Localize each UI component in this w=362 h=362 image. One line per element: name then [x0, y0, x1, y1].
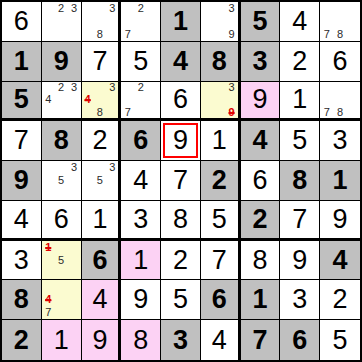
- solved-digit: 7: [173, 167, 188, 194]
- cell-r6c4[interactable]: 3: [121, 201, 161, 241]
- cell-r4c5[interactable]: 9: [161, 121, 201, 161]
- solved-digit: 6: [333, 48, 348, 75]
- candidate-empty: [201, 82, 213, 94]
- candidate-3: 3: [225, 82, 237, 94]
- candidate-3: 3: [225, 2, 237, 15]
- solved-digit: 1: [212, 127, 227, 154]
- solved-digit: 5: [292, 127, 307, 154]
- candidate-empty: [55, 28, 68, 41]
- candidate-empty: [121, 94, 134, 106]
- candidate-empty: [94, 15, 106, 28]
- cell-r5c8[interactable]: 8: [280, 161, 320, 201]
- given-digit: 6: [133, 127, 148, 154]
- candidate-empty: [42, 82, 55, 94]
- solved-digit: 4: [292, 8, 307, 35]
- candidate-5: 5: [94, 174, 106, 187]
- candidate-8: 8: [333, 28, 346, 41]
- solved-digit: 8: [253, 247, 268, 274]
- candidate-empty: [82, 15, 94, 28]
- given-digit: 5: [14, 86, 29, 113]
- given-digit: 7: [253, 327, 268, 354]
- cell-r8c8[interactable]: 3: [280, 280, 320, 320]
- candidate-empty: [42, 106, 55, 118]
- cell-r6c8[interactable]: 7: [280, 201, 320, 241]
- candidate-empty: [68, 254, 81, 267]
- cell-r1c2[interactable]: 23: [42, 2, 82, 42]
- cell-r5c2[interactable]: 35: [42, 161, 82, 201]
- candidate-empty: [68, 293, 81, 306]
- candidate-grid: 27: [121, 2, 160, 41]
- candidate-empty: [106, 94, 118, 106]
- candidate-empty: [68, 267, 81, 280]
- candidate-2: 2: [55, 2, 68, 15]
- given-digit: 4: [173, 48, 188, 75]
- candidate-empty: [320, 82, 333, 94]
- candidate-empty: [68, 15, 81, 28]
- solved-digit: 3: [133, 206, 148, 233]
- cell-r3c2[interactable]: 234: [42, 82, 82, 122]
- cell-r3c5[interactable]: 6: [161, 82, 201, 122]
- candidate-grid: 39: [201, 2, 238, 41]
- solved-digit: 8: [133, 327, 148, 354]
- solved-digit: 2: [92, 127, 107, 154]
- candidate-empty: [42, 254, 55, 267]
- solved-digit: 2: [292, 48, 307, 75]
- solved-digit: 8: [173, 206, 188, 233]
- cell-r3c6[interactable]: 39: [201, 82, 241, 122]
- candidate-2: 2: [134, 2, 147, 15]
- solved-digit: 6: [173, 86, 188, 113]
- candidate-7: 7: [42, 306, 55, 319]
- solved-digit: 7: [292, 206, 307, 233]
- cell-r7c6[interactable]: 7: [201, 241, 241, 281]
- candidate-empty: [106, 174, 118, 187]
- cell-r3c4[interactable]: 27: [121, 82, 161, 122]
- given-digit: 1: [253, 286, 268, 313]
- cell-r8c2[interactable]: 47: [42, 280, 82, 320]
- candidate-empty: [134, 106, 147, 118]
- candidate-3: 3: [106, 2, 118, 15]
- candidate-grid: 78: [320, 2, 360, 41]
- cell-r4c2[interactable]: 8: [42, 121, 82, 161]
- cell-r7c1[interactable]: 3: [2, 241, 42, 281]
- solved-digit: 9: [92, 327, 107, 354]
- struck-candidate-4: 4: [42, 293, 55, 306]
- candidate-9: 9: [225, 28, 237, 41]
- cell-r1c3[interactable]: 38: [82, 2, 122, 42]
- cell-r5c4[interactable]: 4: [121, 161, 161, 201]
- candidate-empty: [55, 106, 68, 118]
- candidate-empty: [94, 94, 106, 106]
- cell-r4c3[interactable]: 2: [82, 121, 122, 161]
- candidate-empty: [68, 94, 81, 106]
- cell-r1c5[interactable]: 1: [161, 2, 201, 42]
- solved-digit: 1: [92, 206, 107, 233]
- struck-candidate-9: 9: [225, 106, 237, 118]
- candidate-empty: [201, 2, 213, 15]
- candidate-empty: [225, 94, 237, 106]
- solved-digit: 6: [54, 206, 69, 233]
- candidate-empty: [347, 15, 360, 28]
- cell-r5c9[interactable]: 1: [320, 161, 360, 201]
- candidate-8: 8: [94, 28, 106, 41]
- given-digit: 6: [292, 327, 307, 354]
- solved-digit: 1: [292, 86, 307, 113]
- cell-r2c5[interactable]: 4: [161, 42, 201, 82]
- candidate-empty: [42, 28, 55, 41]
- candidate-7: 7: [121, 28, 134, 41]
- cell-r6c7[interactable]: 2: [241, 201, 281, 241]
- candidate-empty: [213, 106, 225, 118]
- candidate-empty: [320, 94, 333, 106]
- candidate-empty: [55, 161, 68, 174]
- cell-r2c8[interactable]: 2: [280, 42, 320, 82]
- candidate-empty: [121, 82, 134, 94]
- candidate-empty: [121, 2, 134, 15]
- candidate-empty: [42, 2, 55, 15]
- cell-r4c9[interactable]: 3: [320, 121, 360, 161]
- cell-r2c9[interactable]: 6: [320, 42, 360, 82]
- solved-digit: 1: [133, 247, 148, 274]
- candidate-empty: [225, 15, 237, 28]
- candidate-empty: [121, 15, 134, 28]
- given-digit: 3: [253, 48, 268, 75]
- given-digit: 4: [253, 127, 268, 154]
- candidate-empty: [68, 280, 81, 293]
- cell-r9c5[interactable]: 3: [161, 320, 201, 360]
- candidate-empty: [213, 2, 225, 15]
- candidate-empty: [82, 174, 94, 187]
- candidate-empty: [333, 82, 346, 94]
- candidate-empty: [134, 15, 147, 28]
- solved-digit: 4: [14, 206, 29, 233]
- solved-digit: 5: [133, 48, 148, 75]
- candidate-empty: [106, 187, 118, 200]
- cell-r4c1[interactable]: 7: [2, 121, 42, 161]
- cell-r2c7[interactable]: 3: [241, 42, 281, 82]
- given-digit: 1: [173, 8, 188, 35]
- candidate-empty: [147, 94, 160, 106]
- cell-r9c6[interactable]: 4: [201, 320, 241, 360]
- cell-r1c8[interactable]: 4: [280, 2, 320, 42]
- candidate-empty: [68, 174, 81, 187]
- candidate-grid: 35: [82, 161, 119, 200]
- candidate-empty: [106, 15, 118, 28]
- candidate-empty: [213, 82, 225, 94]
- cell-r2c3[interactable]: 7: [82, 42, 122, 82]
- cell-r1c7[interactable]: 5: [241, 2, 281, 42]
- cell-r4c7[interactable]: 4: [241, 121, 281, 161]
- cell-r6c2[interactable]: 6: [42, 201, 82, 241]
- solved-digit: 9: [173, 127, 188, 154]
- candidate-empty: [55, 241, 68, 254]
- given-digit: 4: [333, 247, 348, 274]
- candidate-empty: [94, 187, 106, 200]
- solved-digit: 6: [14, 8, 29, 35]
- candidate-empty: [68, 241, 81, 254]
- candidate-grid: 78: [320, 82, 360, 119]
- candidate-7: 7: [121, 106, 134, 118]
- given-digit: 2: [14, 327, 29, 354]
- cell-r3c3[interactable]: 348: [82, 82, 122, 122]
- candidate-empty: [347, 2, 360, 15]
- candidate-3: 3: [68, 2, 81, 15]
- given-digit: 8: [292, 167, 307, 194]
- candidate-empty: [55, 293, 68, 306]
- candidate-empty: [68, 28, 81, 41]
- given-digit: 9: [14, 167, 29, 194]
- candidate-7: 7: [320, 106, 333, 118]
- cell-r1c1[interactable]: 6: [2, 2, 42, 42]
- cell-r8c9[interactable]: 2: [320, 280, 360, 320]
- given-digit: 8: [14, 286, 29, 313]
- cell-r7c9[interactable]: 4: [320, 241, 360, 281]
- candidate-empty: [68, 306, 81, 319]
- candidate-empty: [201, 15, 213, 28]
- candidate-empty: [42, 280, 55, 293]
- cell-r6c9[interactable]: 9: [320, 201, 360, 241]
- candidate-empty: [147, 2, 160, 15]
- cell-r6c1[interactable]: 4: [2, 201, 42, 241]
- candidate-empty: [82, 2, 94, 15]
- candidate-8: 8: [333, 106, 346, 118]
- given-digit: 9: [54, 48, 69, 75]
- solved-digit: 5: [333, 327, 348, 354]
- cell-r1c6[interactable]: 39: [201, 2, 241, 42]
- solved-digit: 9: [333, 206, 348, 233]
- candidate-5: 5: [55, 254, 68, 267]
- candidate-empty: [94, 2, 106, 15]
- candidate-empty: [42, 267, 55, 280]
- candidate-grid: 35: [42, 161, 81, 200]
- solved-digit: 2: [173, 247, 188, 274]
- cell-r2c4[interactable]: 5: [121, 42, 161, 82]
- candidate-empty: [201, 106, 213, 118]
- cell-r1c4[interactable]: 27: [121, 2, 161, 42]
- cell-r8c5[interactable]: 5: [161, 280, 201, 320]
- solved-digit: 9: [292, 247, 307, 274]
- cell-r4c4[interactable]: 6: [121, 121, 161, 161]
- candidate-grid: 47: [42, 280, 81, 319]
- candidate-empty: [55, 267, 68, 280]
- solved-digit: 5: [173, 286, 188, 313]
- struck-candidate-4: 4: [82, 94, 94, 106]
- candidate-empty: [201, 28, 213, 41]
- solved-digit: 9: [133, 286, 148, 313]
- candidate-4: 4: [42, 94, 55, 106]
- solved-digit: 5: [212, 206, 227, 233]
- solved-digit: 4: [133, 167, 148, 194]
- cell-r3c7[interactable]: 9: [241, 82, 281, 122]
- candidate-empty: [347, 106, 360, 118]
- solved-digit: 9: [253, 86, 268, 113]
- cell-r9c2[interactable]: 1: [42, 320, 82, 360]
- given-digit: 8: [54, 127, 69, 154]
- candidate-empty: [82, 82, 94, 94]
- candidate-empty: [320, 2, 333, 15]
- candidate-empty: [147, 82, 160, 94]
- candidate-empty: [213, 28, 225, 41]
- candidate-empty: [68, 106, 81, 118]
- candidate-grid: 234: [42, 82, 81, 119]
- given-digit: 2: [253, 206, 268, 233]
- candidate-empty: [333, 15, 346, 28]
- candidate-grid: 348: [82, 82, 119, 119]
- candidate-empty: [82, 28, 94, 41]
- cell-r2c1[interactable]: 1: [2, 42, 42, 82]
- candidate-grid: 23: [42, 2, 81, 41]
- candidate-3: 3: [106, 82, 118, 94]
- given-digit: 3: [173, 327, 188, 354]
- cell-r5c1[interactable]: 9: [2, 161, 42, 201]
- candidate-empty: [106, 28, 118, 41]
- candidate-empty: [213, 15, 225, 28]
- given-digit: 8: [212, 48, 227, 75]
- cell-r4c6[interactable]: 1: [201, 121, 241, 161]
- candidate-empty: [201, 94, 213, 106]
- candidate-empty: [55, 15, 68, 28]
- candidate-empty: [134, 28, 147, 41]
- solved-digit: 2: [333, 286, 348, 313]
- solved-digit: 4: [212, 327, 227, 354]
- given-digit: 1: [333, 167, 348, 194]
- cell-r9c7[interactable]: 7: [241, 320, 281, 360]
- given-digit: 2: [212, 167, 227, 194]
- candidate-3: 3: [106, 161, 118, 174]
- cell-r8c3[interactable]: 4: [82, 280, 122, 320]
- candidate-2: 2: [134, 82, 147, 94]
- cell-r6c3[interactable]: 1: [82, 201, 122, 241]
- solved-digit: 7: [14, 127, 29, 154]
- candidate-empty: [55, 280, 68, 293]
- given-digit: 5: [253, 8, 268, 35]
- candidate-empty: [42, 174, 55, 187]
- candidate-empty: [42, 161, 55, 174]
- candidate-empty: [134, 94, 147, 106]
- candidate-empty: [94, 82, 106, 94]
- candidate-5: 5: [55, 174, 68, 187]
- cell-r3c1[interactable]: 5: [2, 82, 42, 122]
- candidate-7: 7: [320, 28, 333, 41]
- candidate-grid: 38: [82, 2, 119, 41]
- given-digit: 6: [92, 247, 107, 274]
- candidate-empty: [333, 94, 346, 106]
- cell-r2c6[interactable]: 8: [201, 42, 241, 82]
- cell-r8c1[interactable]: 8: [2, 280, 42, 320]
- candidate-empty: [55, 306, 68, 319]
- candidate-empty: [82, 161, 94, 174]
- candidate-grid: 27: [121, 82, 160, 119]
- given-digit: 6: [212, 286, 227, 313]
- candidate-empty: [147, 15, 160, 28]
- candidate-empty: [55, 94, 68, 106]
- cell-r7c5[interactable]: 2: [161, 241, 201, 281]
- cell-r1c9[interactable]: 78: [320, 2, 360, 42]
- cell-r9c4[interactable]: 8: [121, 320, 161, 360]
- candidate-empty: [55, 187, 68, 200]
- candidate-empty: [347, 82, 360, 94]
- candidate-empty: [347, 28, 360, 41]
- candidate-grid: 39: [201, 82, 238, 119]
- candidate-3: 3: [68, 161, 81, 174]
- candidate-empty: [82, 187, 94, 200]
- cell-r9c3[interactable]: 9: [82, 320, 122, 360]
- candidate-empty: [42, 187, 55, 200]
- solved-digit: 1: [54, 327, 69, 354]
- cell-r5c6[interactable]: 2: [201, 161, 241, 201]
- solved-digit: 7: [92, 48, 107, 75]
- cell-r5c3[interactable]: 35: [82, 161, 122, 201]
- struck-candidate-1: 1: [42, 241, 55, 254]
- candidate-empty: [347, 94, 360, 106]
- candidate-empty: [82, 106, 94, 118]
- solved-digit: 3: [14, 247, 29, 274]
- cell-r3c9[interactable]: 78: [320, 82, 360, 122]
- candidate-empty: [147, 28, 160, 41]
- solved-digit: 3: [333, 127, 348, 154]
- cell-r9c1[interactable]: 2: [2, 320, 42, 360]
- cell-r5c7[interactable]: 6: [241, 161, 281, 201]
- candidate-2: 2: [55, 82, 68, 94]
- solved-digit: 4: [92, 286, 107, 313]
- cell-r6c5[interactable]: 8: [161, 201, 201, 241]
- candidate-3: 3: [68, 82, 81, 94]
- cell-r8c6[interactable]: 6: [201, 280, 241, 320]
- cell-r7c4[interactable]: 1: [121, 241, 161, 281]
- cell-r7c8[interactable]: 9: [280, 241, 320, 281]
- candidate-grid: 15: [42, 241, 81, 280]
- cell-r5c5[interactable]: 7: [161, 161, 201, 201]
- solved-digit: 6: [253, 167, 268, 194]
- candidate-empty: [320, 15, 333, 28]
- sudoku-board: 6233827139547819754832652343482763991787…: [0, 0, 362, 362]
- cell-r7c7[interactable]: 8: [241, 241, 281, 281]
- cell-r7c2[interactable]: 15: [42, 241, 82, 281]
- cell-r7c3[interactable]: 6: [82, 241, 122, 281]
- solved-digit: 3: [292, 286, 307, 313]
- solved-digit: 7: [212, 247, 227, 274]
- candidate-empty: [106, 106, 118, 118]
- candidate-empty: [147, 106, 160, 118]
- cell-r6c6[interactable]: 5: [201, 201, 241, 241]
- candidate-empty: [94, 161, 106, 174]
- cell-r8c7[interactable]: 1: [241, 280, 281, 320]
- cell-r9c8[interactable]: 6: [280, 320, 320, 360]
- cell-r3c8[interactable]: 1: [280, 82, 320, 122]
- candidate-empty: [68, 187, 81, 200]
- cell-r4c8[interactable]: 5: [280, 121, 320, 161]
- candidate-empty: [213, 94, 225, 106]
- cell-r9c9[interactable]: 5: [320, 320, 360, 360]
- candidate-8: 8: [94, 106, 106, 118]
- cell-r2c2[interactable]: 9: [42, 42, 82, 82]
- candidate-empty: [333, 2, 346, 15]
- given-digit: 1: [14, 48, 29, 75]
- candidate-empty: [42, 15, 55, 28]
- cell-r8c4[interactable]: 9: [121, 280, 161, 320]
